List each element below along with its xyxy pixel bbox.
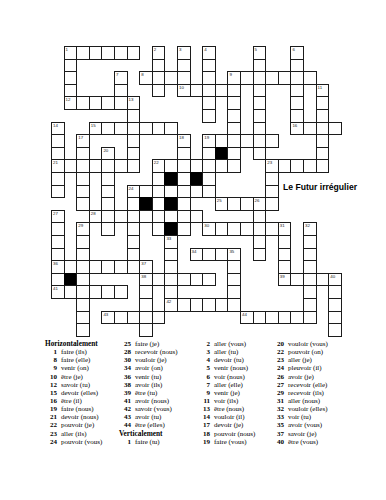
- grid-cell[interactable]: [227, 197, 241, 211]
- grid-cell[interactable]: [127, 122, 141, 136]
- grid-cell[interactable]: [253, 96, 267, 110]
- grid-cell[interactable]: [227, 147, 241, 161]
- clue-number: 22: [272, 348, 284, 356]
- grid-cell[interactable]: [202, 248, 216, 262]
- cell-number: 9: [229, 72, 231, 77]
- grid-cell[interactable]: 12: [64, 96, 78, 110]
- grid-cell[interactable]: [76, 248, 90, 262]
- grid-cell[interactable]: [265, 185, 279, 199]
- grid-cell[interactable]: [278, 159, 292, 173]
- grid-cell[interactable]: [76, 285, 90, 299]
- grid-cell[interactable]: [227, 298, 241, 312]
- grid-cell[interactable]: [127, 147, 141, 161]
- cell-number: 16: [292, 123, 297, 128]
- clue-item: 15devoir (elles): [45, 389, 102, 397]
- grid-cell[interactable]: [89, 260, 103, 274]
- clue-number: 26: [272, 373, 284, 381]
- grid-cell[interactable]: [202, 298, 216, 312]
- grid-cell[interactable]: 20: [101, 147, 115, 161]
- grid-cell[interactable]: 31: [278, 222, 292, 236]
- grid-cell[interactable]: [227, 222, 241, 236]
- grid-cell[interactable]: [328, 311, 342, 325]
- grid-cell[interactable]: [114, 122, 128, 136]
- grid-cell[interactable]: [303, 298, 317, 312]
- grid-cell[interactable]: [51, 172, 65, 186]
- grid-cell[interactable]: [227, 134, 241, 148]
- grid-cell[interactable]: [227, 96, 241, 110]
- grid-cell[interactable]: 2: [152, 46, 166, 60]
- grid-cell[interactable]: [202, 273, 216, 287]
- grid-cell[interactable]: [127, 109, 141, 123]
- grid-cell[interactable]: [202, 84, 216, 98]
- grid-cell[interactable]: [139, 210, 153, 224]
- grid-cell[interactable]: [290, 96, 304, 110]
- grid-cell[interactable]: [164, 273, 178, 287]
- cell-number: 26: [255, 198, 260, 203]
- grid-cell[interactable]: [316, 273, 330, 287]
- grid-cell[interactable]: [101, 197, 115, 211]
- grid-cell[interactable]: 18: [177, 134, 191, 148]
- grid-cell[interactable]: [127, 210, 141, 224]
- grid-cell[interactable]: [265, 71, 279, 85]
- grid-cell[interactable]: [177, 210, 191, 224]
- grid-cell[interactable]: [290, 109, 304, 123]
- grid-cell[interactable]: [139, 122, 153, 136]
- grid-cell[interactable]: [253, 235, 267, 249]
- grid-cell[interactable]: [316, 134, 330, 148]
- grid-cell[interactable]: [265, 222, 279, 236]
- clue-number: 28: [119, 348, 131, 356]
- grid-cell[interactable]: [139, 185, 153, 199]
- grid-cell[interactable]: 17: [76, 134, 90, 148]
- grid-cell[interactable]: [253, 248, 267, 262]
- grid-cell[interactable]: [101, 185, 115, 199]
- grid-cell[interactable]: [164, 285, 178, 299]
- clue-item: 26avoir (je): [272, 373, 328, 381]
- grid-cell[interactable]: [253, 71, 267, 85]
- grid-cell[interactable]: [64, 71, 78, 85]
- grid-cell[interactable]: [278, 260, 292, 274]
- clue-number: 17: [198, 421, 210, 429]
- grid-cell[interactable]: [328, 285, 342, 299]
- cell-number: 20: [103, 148, 108, 153]
- grid-cell[interactable]: [177, 159, 191, 173]
- grid-cell[interactable]: 32: [303, 222, 317, 236]
- grid-cell[interactable]: 42: [164, 298, 178, 312]
- cell-number: 28: [91, 211, 96, 216]
- grid-cell[interactable]: [303, 273, 317, 287]
- clue-item: 22pouvoir (je): [45, 421, 102, 429]
- grid-cell[interactable]: [164, 159, 178, 173]
- grid-cell[interactable]: [114, 260, 128, 274]
- clue-item: 23aller (ils): [45, 430, 102, 438]
- grid-cell[interactable]: [227, 159, 241, 173]
- grid-cell[interactable]: [328, 122, 342, 136]
- grid-cell[interactable]: [265, 311, 279, 325]
- grid-cell[interactable]: [303, 311, 317, 325]
- grid-cell[interactable]: [316, 147, 330, 161]
- clue-text: avoir (je): [288, 373, 314, 381]
- grid-cell[interactable]: 35: [227, 248, 241, 262]
- grid-cell[interactable]: [177, 172, 191, 186]
- cell-number: 24: [129, 186, 134, 191]
- grid-cell[interactable]: 16: [290, 122, 304, 136]
- grid-cell[interactable]: [127, 159, 141, 173]
- grid-cell[interactable]: 40: [328, 273, 342, 287]
- grid-cell[interactable]: [76, 147, 90, 161]
- grid-cell[interactable]: [190, 84, 204, 98]
- cell-number: 38: [141, 274, 146, 279]
- grid-cell[interactable]: [316, 96, 330, 110]
- grid-cell[interactable]: [278, 235, 292, 249]
- grid-cell[interactable]: 21: [51, 159, 65, 173]
- grid-cell[interactable]: 23: [265, 159, 279, 173]
- grid-cell[interactable]: [265, 134, 279, 148]
- clue-number: 11: [198, 397, 210, 405]
- grid-cell[interactable]: [190, 210, 204, 224]
- grid-cell[interactable]: [202, 109, 216, 123]
- grid-cell[interactable]: [101, 159, 115, 173]
- grid-cell[interactable]: [202, 96, 216, 110]
- grid-cell[interactable]: [240, 222, 254, 236]
- grid-cell[interactable]: [303, 122, 317, 136]
- grid-cell[interactable]: [152, 172, 166, 186]
- grid-cell[interactable]: 29: [76, 222, 90, 236]
- grid-cell[interactable]: [164, 71, 178, 85]
- grid-cell[interactable]: [278, 311, 292, 325]
- clue-item: 9venir (on): [45, 364, 102, 372]
- grid-cell[interactable]: [303, 159, 317, 173]
- clue-number: 22: [45, 421, 57, 429]
- grid-cell[interactable]: [51, 235, 65, 249]
- grid-cell[interactable]: [152, 59, 166, 73]
- clue-number: 7: [198, 381, 210, 389]
- grid-cell[interactable]: [177, 147, 191, 161]
- grid-cell[interactable]: [101, 210, 115, 224]
- grid-cell[interactable]: [101, 122, 115, 136]
- grid-cell[interactable]: [164, 122, 178, 136]
- grid-cell[interactable]: [152, 311, 166, 325]
- grid-cell[interactable]: [89, 96, 103, 110]
- clue-text: devoir (nous): [61, 413, 99, 421]
- grid-cell[interactable]: 14: [51, 122, 65, 136]
- clue-text: être (je): [61, 373, 83, 381]
- grid-cell[interactable]: [290, 311, 304, 325]
- grid-cell[interactable]: [127, 222, 141, 236]
- grid-cell[interactable]: [240, 134, 254, 148]
- grid-cell[interactable]: [190, 159, 204, 173]
- cell-number: 27: [53, 211, 58, 216]
- grid-cell[interactable]: [152, 210, 166, 224]
- grid-cell[interactable]: [101, 96, 115, 110]
- grid-cell[interactable]: 13: [127, 96, 141, 110]
- grid-cell[interactable]: [76, 46, 90, 60]
- grid-cell[interactable]: [127, 134, 141, 148]
- clue-number: 5: [198, 364, 210, 372]
- grid-cell[interactable]: [265, 172, 279, 186]
- grid-cell[interactable]: [177, 222, 191, 236]
- grid-cell[interactable]: [215, 84, 229, 98]
- grid-cell[interactable]: [101, 260, 115, 274]
- grid-cell[interactable]: [89, 159, 103, 173]
- grid-cell[interactable]: [290, 84, 304, 98]
- grid-cell[interactable]: [253, 109, 267, 123]
- grid-cell[interactable]: 5: [253, 46, 267, 60]
- grid-cell[interactable]: [177, 59, 191, 73]
- grid-cell[interactable]: [202, 185, 216, 199]
- grid-cell[interactable]: [51, 248, 65, 262]
- grid-cell[interactable]: [290, 59, 304, 73]
- grid-cell[interactable]: [177, 197, 191, 211]
- grid-cell[interactable]: 24: [127, 185, 141, 199]
- clue-text: vouloir (je): [135, 356, 167, 364]
- grid-cell[interactable]: [303, 71, 317, 85]
- grid-cell[interactable]: 25: [215, 197, 229, 211]
- grid-cell[interactable]: [253, 134, 267, 148]
- grid-cell[interactable]: [127, 248, 141, 262]
- clue-text: pouvoir (on): [288, 348, 323, 356]
- grid-cell[interactable]: [177, 185, 191, 199]
- grid-cell[interactable]: 38: [139, 273, 153, 287]
- grid-cell[interactable]: [51, 147, 65, 161]
- grid-cell[interactable]: 36: [51, 260, 65, 274]
- grid-cell[interactable]: [76, 159, 90, 173]
- grid-cell[interactable]: [253, 122, 267, 136]
- grid-cell[interactable]: [89, 46, 103, 60]
- grid-cell[interactable]: [64, 84, 78, 98]
- clue-column-1: Horizontalement1faire (ils)8faire (elle)…: [45, 340, 102, 446]
- grid-cell[interactable]: 3: [177, 46, 191, 60]
- grid-cell[interactable]: [76, 235, 90, 249]
- grid-cell[interactable]: [253, 222, 267, 236]
- grid-cell[interactable]: [278, 71, 292, 85]
- grid-cell[interactable]: [152, 122, 166, 136]
- grid-cell[interactable]: [303, 248, 317, 262]
- grid-cell[interactable]: [227, 84, 241, 98]
- clue-text: faire (je): [135, 340, 159, 348]
- grid-cell[interactable]: [227, 109, 241, 123]
- grid-cell[interactable]: [127, 197, 141, 211]
- grid-cell[interactable]: [127, 311, 141, 325]
- grid-cell[interactable]: [202, 71, 216, 85]
- clue-item: 1faire (ils): [45, 348, 102, 356]
- grid-cell[interactable]: [290, 273, 304, 287]
- grid-cell[interactable]: [227, 273, 241, 287]
- grid-cell[interactable]: [152, 273, 166, 287]
- cell-number: 8: [141, 72, 143, 77]
- grid-cell[interactable]: 1: [64, 46, 78, 60]
- grid-cell[interactable]: 44: [240, 311, 254, 325]
- grid-cell[interactable]: 9: [227, 71, 241, 85]
- clue-text: devoir (tu): [214, 356, 244, 364]
- grid-cell[interactable]: 15: [89, 122, 103, 136]
- grid-cell[interactable]: [215, 248, 229, 262]
- grid-cell[interactable]: [76, 273, 90, 287]
- grid-cell[interactable]: [240, 71, 254, 85]
- grid-cell[interactable]: [202, 172, 216, 186]
- grid-cell[interactable]: 34: [190, 248, 204, 262]
- grid-cell[interactable]: 7: [114, 71, 128, 85]
- grid-cell[interactable]: [76, 260, 90, 274]
- grid-cell[interactable]: [114, 210, 128, 224]
- cell-number: 21: [53, 160, 58, 165]
- grid-cell[interactable]: [316, 122, 330, 136]
- grid-cell[interactable]: [253, 84, 267, 98]
- clue-text: vouloir (vous): [288, 340, 328, 348]
- grid-cell[interactable]: [89, 285, 103, 299]
- grid-cell[interactable]: [164, 210, 178, 224]
- grid-cell[interactable]: [51, 273, 65, 287]
- grid-cell[interactable]: [152, 222, 166, 236]
- grid-cell[interactable]: [101, 285, 115, 299]
- grid-cell[interactable]: [139, 311, 153, 325]
- grid-cell[interactable]: [64, 285, 78, 299]
- grid-cell[interactable]: [127, 46, 141, 60]
- grid-cell[interactable]: [253, 210, 267, 224]
- clue-text: aller (nous): [288, 397, 320, 405]
- grid-cell[interactable]: [227, 122, 241, 136]
- grid-cell[interactable]: [215, 159, 229, 173]
- grid-cell[interactable]: [290, 71, 304, 85]
- grid-cell[interactable]: [303, 285, 317, 299]
- clue-item: 11voir (ils): [198, 397, 255, 405]
- clue-text: venir (je): [214, 389, 240, 397]
- grid-cell[interactable]: [328, 323, 342, 337]
- grid-cell[interactable]: [202, 59, 216, 73]
- grid-cell[interactable]: 43: [101, 311, 115, 325]
- grid-cell[interactable]: [190, 298, 204, 312]
- grid-cell[interactable]: [253, 59, 267, 73]
- grid-cell[interactable]: [51, 134, 65, 148]
- grid-cell[interactable]: [139, 285, 153, 299]
- clue-item: 28recevoir (nous): [119, 348, 178, 356]
- grid-cell[interactable]: 8: [139, 71, 153, 85]
- grid-cell[interactable]: 6: [290, 46, 304, 60]
- clue-number: 29: [272, 389, 284, 397]
- grid-cell[interactable]: [164, 260, 178, 274]
- grid-cell[interactable]: [215, 298, 229, 312]
- grid-cell[interactable]: [215, 134, 229, 148]
- black-cell: [164, 172, 178, 186]
- grid-cell[interactable]: [316, 159, 330, 173]
- grid-cell[interactable]: 11: [316, 84, 330, 98]
- clue-text: recevoir (nous): [135, 348, 178, 356]
- grid-cell[interactable]: [290, 159, 304, 173]
- cell-number: 19: [204, 135, 209, 140]
- cell-number: 35: [229, 249, 234, 254]
- grid-cell[interactable]: [190, 273, 204, 287]
- grid-cell[interactable]: [76, 172, 90, 186]
- grid-cell[interactable]: [51, 222, 65, 236]
- grid-cell[interactable]: [152, 84, 166, 98]
- grid-cell[interactable]: [114, 159, 128, 173]
- grid-cell[interactable]: [127, 235, 141, 249]
- grid-cell[interactable]: [240, 197, 254, 211]
- grid-cell[interactable]: [164, 185, 178, 199]
- grid-cell[interactable]: [164, 248, 178, 262]
- cell-number: 39: [280, 274, 285, 279]
- grid-cell[interactable]: [64, 159, 78, 173]
- clue-item: 25faire (je): [119, 340, 178, 348]
- grid-cell[interactable]: [265, 197, 279, 211]
- grid-cell[interactable]: [202, 147, 216, 161]
- grid-cell[interactable]: [76, 197, 90, 211]
- grid-cell[interactable]: [64, 260, 78, 274]
- clue-number: 8: [45, 356, 57, 364]
- grid-cell[interactable]: [76, 96, 90, 110]
- clue-number: 23: [272, 356, 284, 364]
- grid-cell[interactable]: [76, 298, 90, 312]
- grid-cell[interactable]: 10: [177, 84, 191, 98]
- grid-cell[interactable]: [139, 298, 153, 312]
- grid-cell[interactable]: 22: [152, 159, 166, 173]
- grid-cell[interactable]: [139, 323, 153, 337]
- grid-cell[interactable]: 28: [89, 210, 103, 224]
- grid-cell[interactable]: [114, 311, 128, 325]
- grid-cell[interactable]: [114, 84, 128, 98]
- grid-cell[interactable]: [177, 273, 191, 287]
- clue-text: devoir (je): [214, 421, 243, 429]
- grid-cell[interactable]: [328, 298, 342, 312]
- grid-cell[interactable]: [215, 222, 229, 236]
- grid-cell[interactable]: 26: [253, 197, 267, 211]
- grid-cell[interactable]: [227, 260, 241, 274]
- grid-cell[interactable]: [114, 46, 128, 60]
- grid-cell[interactable]: [278, 248, 292, 262]
- grid-cell[interactable]: [51, 185, 65, 199]
- grid-cell[interactable]: [64, 59, 78, 73]
- clue-text: être (vous): [288, 438, 318, 446]
- grid-cell[interactable]: 37: [139, 260, 153, 274]
- grid-cell[interactable]: [152, 185, 166, 199]
- clue-text: recevoir (elle): [288, 381, 327, 389]
- grid-cell[interactable]: [303, 235, 317, 249]
- grid-cell[interactable]: [76, 185, 90, 199]
- grid-cell[interactable]: [253, 147, 267, 161]
- cell-number: 15: [91, 123, 96, 128]
- grid-cell[interactable]: [127, 260, 141, 274]
- grid-cell[interactable]: [253, 311, 267, 325]
- grid-cell[interactable]: [152, 197, 166, 211]
- grid-cell[interactable]: 19: [202, 134, 216, 148]
- grid-cell[interactable]: [316, 109, 330, 123]
- grid-cell[interactable]: [227, 285, 241, 299]
- grid-cell[interactable]: [114, 96, 128, 110]
- grid-cell[interactable]: 33: [164, 235, 178, 249]
- grid-cell[interactable]: [152, 71, 166, 85]
- grid-cell[interactable]: 41: [51, 285, 65, 299]
- grid-cell[interactable]: [202, 159, 216, 173]
- clue-number: 39: [119, 389, 131, 397]
- grid-cell[interactable]: [76, 311, 90, 325]
- grid-cell[interactable]: [101, 46, 115, 60]
- grid-cell[interactable]: [177, 298, 191, 312]
- grid-cell[interactable]: 27: [51, 210, 65, 224]
- grid-cell[interactable]: [76, 323, 90, 337]
- clue-item: 37savoir (je): [272, 430, 328, 438]
- grid-cell[interactable]: [114, 285, 128, 299]
- grid-cell[interactable]: [303, 260, 317, 274]
- cell-number: 40: [330, 274, 335, 279]
- grid-cell[interactable]: [101, 172, 115, 186]
- grid-cell[interactable]: 39: [278, 273, 292, 287]
- grid-cell[interactable]: [177, 71, 191, 85]
- grid-cell[interactable]: 4: [202, 46, 216, 60]
- clue-item: 10être (je): [45, 373, 102, 381]
- grid-cell[interactable]: [190, 185, 204, 199]
- grid-cell[interactable]: [101, 222, 115, 236]
- grid-cell[interactable]: 30: [202, 222, 216, 236]
